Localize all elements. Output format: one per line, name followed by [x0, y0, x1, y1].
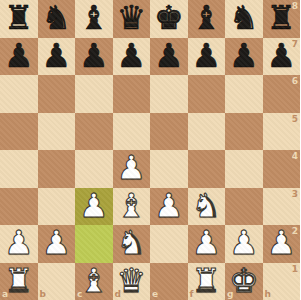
rank-label-6: 6 [292, 77, 298, 86]
piece-black-rook[interactable]: ♜ [4, 1, 34, 34]
square-a7[interactable]: ♟ [0, 38, 38, 76]
square-e8[interactable]: ♚ [150, 0, 188, 38]
square-g7[interactable]: ♟ [225, 38, 263, 76]
square-c2[interactable] [75, 225, 113, 263]
piece-white-pawn[interactable]: ♟ [79, 189, 109, 222]
piece-white-pawn[interactable]: ♟ [116, 151, 146, 184]
square-b7[interactable]: ♟ [38, 38, 76, 76]
square-e6[interactable] [150, 75, 188, 113]
rank-label-2: 2 [292, 227, 298, 236]
file-label-c: c [77, 290, 82, 299]
square-d8[interactable]: ♛ [113, 0, 151, 38]
piece-white-pawn[interactable]: ♟ [154, 189, 184, 222]
square-d6[interactable] [113, 75, 151, 113]
square-c8[interactable]: ♝ [75, 0, 113, 38]
rank-label-4: 4 [292, 152, 298, 161]
square-g3[interactable] [225, 188, 263, 226]
file-label-f: f [190, 290, 194, 299]
square-b2[interactable]: ♟ [38, 225, 76, 263]
square-g8[interactable]: ♞ [225, 0, 263, 38]
square-h7[interactable]: ♟7 [263, 38, 301, 76]
file-label-d: d [115, 290, 121, 299]
square-b5[interactable] [38, 113, 76, 151]
square-a6[interactable] [0, 75, 38, 113]
piece-white-rook[interactable]: ♜ [4, 264, 34, 297]
square-e1[interactable]: e [150, 263, 188, 300]
square-g6[interactable] [225, 75, 263, 113]
square-e7[interactable]: ♟ [150, 38, 188, 76]
square-a2[interactable]: ♟ [0, 225, 38, 263]
square-g1[interactable]: ♚g [225, 263, 263, 300]
file-label-g: g [227, 290, 233, 299]
rank-label-8: 8 [292, 2, 298, 11]
square-c1[interactable]: ♝c [75, 263, 113, 300]
square-a4[interactable] [0, 150, 38, 188]
square-h4[interactable]: 4 [263, 150, 301, 188]
square-a8[interactable]: ♜ [0, 0, 38, 38]
piece-white-bishop[interactable]: ♝ [116, 189, 146, 222]
square-e3[interactable]: ♟ [150, 188, 188, 226]
square-b1[interactable]: b [38, 263, 76, 300]
square-h5[interactable]: 5 [263, 113, 301, 151]
square-f1[interactable]: ♜f [188, 263, 226, 300]
square-g2[interactable]: ♟ [225, 225, 263, 263]
square-b3[interactable] [38, 188, 76, 226]
square-f5[interactable] [188, 113, 226, 151]
rank-label-5: 5 [292, 115, 298, 124]
square-a1[interactable]: ♜a [0, 263, 38, 300]
square-g5[interactable] [225, 113, 263, 151]
square-f2[interactable]: ♟ [188, 225, 226, 263]
file-label-h: h [265, 290, 271, 299]
piece-white-rook[interactable]: ♜ [191, 264, 221, 297]
piece-black-bishop[interactable]: ♝ [191, 1, 221, 34]
square-h6[interactable]: 6 [263, 75, 301, 113]
square-c7[interactable]: ♟ [75, 38, 113, 76]
piece-black-queen[interactable]: ♛ [116, 1, 146, 34]
square-e4[interactable] [150, 150, 188, 188]
square-h8[interactable]: ♜8 [263, 0, 301, 38]
square-c5[interactable] [75, 113, 113, 151]
square-b4[interactable] [38, 150, 76, 188]
square-e5[interactable] [150, 113, 188, 151]
piece-black-bishop[interactable]: ♝ [79, 1, 109, 34]
rank-label-3: 3 [292, 190, 298, 199]
piece-black-pawn[interactable]: ♟ [79, 39, 109, 72]
piece-black-pawn[interactable]: ♟ [154, 39, 184, 72]
square-f6[interactable] [188, 75, 226, 113]
piece-black-pawn[interactable]: ♟ [191, 39, 221, 72]
square-f4[interactable] [188, 150, 226, 188]
square-b8[interactable]: ♞ [38, 0, 76, 38]
square-f7[interactable]: ♟ [188, 38, 226, 76]
square-g4[interactable] [225, 150, 263, 188]
rank-label-1: 1 [292, 265, 298, 274]
square-c3[interactable]: ♟ [75, 188, 113, 226]
square-e2[interactable] [150, 225, 188, 263]
piece-white-knight[interactable]: ♞ [116, 226, 146, 259]
square-a3[interactable] [0, 188, 38, 226]
piece-black-knight[interactable]: ♞ [229, 1, 259, 34]
piece-black-king[interactable]: ♚ [154, 1, 184, 34]
square-h3[interactable]: 3 [263, 188, 301, 226]
file-label-e: e [152, 290, 158, 299]
square-f3[interactable]: ♞ [188, 188, 226, 226]
square-c6[interactable] [75, 75, 113, 113]
piece-white-pawn[interactable]: ♟ [229, 226, 259, 259]
square-d1[interactable]: ♛d [113, 263, 151, 300]
file-label-b: b [40, 290, 46, 299]
square-b6[interactable] [38, 75, 76, 113]
piece-white-bishop[interactable]: ♝ [79, 264, 109, 297]
square-d7[interactable]: ♟ [113, 38, 151, 76]
chess-board: ♜♞♝♛♚♝♞♜8♟♟♟♟♟♟♟♟765♟4♟♝♟♞3♟♟♞♟♟♟2♜ab♝c♛… [0, 0, 300, 300]
piece-white-knight[interactable]: ♞ [191, 189, 221, 222]
square-a5[interactable] [0, 113, 38, 151]
piece-white-pawn[interactable]: ♟ [41, 226, 71, 259]
square-d4[interactable]: ♟ [113, 150, 151, 188]
square-f8[interactable]: ♝ [188, 0, 226, 38]
piece-white-pawn[interactable]: ♟ [4, 226, 34, 259]
rank-label-7: 7 [292, 40, 298, 49]
piece-black-pawn[interactable]: ♟ [116, 39, 146, 72]
square-h1[interactable]: 1h [263, 263, 301, 300]
square-h2[interactable]: ♟2 [263, 225, 301, 263]
piece-black-pawn[interactable]: ♟ [41, 39, 71, 72]
square-c4[interactable] [75, 150, 113, 188]
square-d3[interactable]: ♝ [113, 188, 151, 226]
file-label-a: a [2, 290, 8, 299]
piece-white-pawn[interactable]: ♟ [191, 226, 221, 259]
square-d2[interactable]: ♞ [113, 225, 151, 263]
piece-black-pawn[interactable]: ♟ [4, 39, 34, 72]
piece-black-pawn[interactable]: ♟ [229, 39, 259, 72]
piece-black-knight[interactable]: ♞ [41, 1, 71, 34]
square-d5[interactable] [113, 113, 151, 151]
